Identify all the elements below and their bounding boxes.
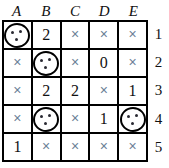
cell-A3[interactable]: ×	[3, 77, 32, 105]
x-mark: ×	[128, 27, 136, 41]
x-mark: ×	[71, 27, 79, 41]
cell-B5[interactable]: ×	[32, 133, 61, 161]
clue-number: 1	[100, 111, 108, 127]
cell-A1[interactable]	[3, 21, 32, 49]
circle-dot	[135, 114, 138, 117]
cell-D5[interactable]: ×	[89, 133, 118, 161]
mine-circle-icon	[33, 107, 59, 132]
column-label-C: C	[60, 0, 89, 20]
x-mark: ×	[71, 111, 79, 125]
cell-E1[interactable]: ×	[118, 21, 147, 49]
row-label-5: 5	[150, 134, 167, 162]
x-mark: ×	[71, 55, 79, 69]
x-mark: ×	[13, 83, 21, 97]
clue-number: 0	[100, 55, 108, 71]
cell-A2[interactable]: ×	[3, 49, 32, 77]
cell-D4[interactable]: 1	[89, 105, 118, 133]
mine-circle-icon	[120, 107, 146, 132]
cell-C4[interactable]: ×	[61, 105, 90, 133]
column-label-D: D	[90, 0, 119, 20]
column-label-B: B	[31, 0, 60, 20]
circle-dot	[44, 122, 47, 125]
cell-A5[interactable]: 1	[3, 133, 32, 161]
row-label-2: 2	[150, 48, 167, 76]
mine-circle-icon	[4, 23, 30, 48]
cell-B2[interactable]	[32, 49, 61, 77]
cell-C1[interactable]: ×	[61, 21, 90, 49]
circle-dot	[11, 31, 14, 34]
clue-number: 1	[129, 83, 137, 99]
cell-C5[interactable]: ×	[61, 133, 90, 161]
cell-B1[interactable]: 2	[32, 21, 61, 49]
clue-number: 2	[42, 83, 50, 99]
row-labels: 12345	[150, 20, 167, 162]
circle-dot	[40, 59, 43, 62]
x-mark: ×	[100, 139, 108, 153]
cell-E4[interactable]	[118, 105, 147, 133]
x-mark: ×	[71, 139, 79, 153]
x-mark: ×	[13, 55, 21, 69]
row-label-3: 3	[150, 77, 167, 105]
clue-number: 1	[13, 139, 21, 155]
x-mark: ×	[128, 139, 136, 153]
column-label-E: E	[119, 0, 148, 20]
circle-dot	[48, 114, 51, 117]
column-labels: ABCDE	[2, 0, 148, 20]
clue-number: 2	[42, 27, 50, 43]
mine-circle-icon	[33, 51, 59, 76]
x-mark: ×	[42, 139, 50, 153]
cell-D3[interactable]: ×	[89, 77, 118, 105]
cell-D2[interactable]: 0	[89, 49, 118, 77]
circle-dot	[40, 115, 43, 118]
x-mark: ×	[128, 55, 136, 69]
cell-B4[interactable]	[32, 105, 61, 133]
x-mark: ×	[13, 111, 21, 125]
circle-dot	[44, 66, 47, 69]
circle-dot	[48, 58, 51, 61]
circle-dot	[131, 122, 134, 125]
column-label-A: A	[2, 0, 31, 20]
circle-dot	[127, 115, 130, 118]
x-mark: ×	[100, 83, 108, 97]
row-label-4: 4	[150, 105, 167, 133]
cell-E3[interactable]: 1	[118, 77, 147, 105]
circle-dot	[19, 30, 22, 33]
cell-C2[interactable]: ×	[61, 49, 90, 77]
x-mark: ×	[100, 27, 108, 41]
cell-D1[interactable]: ×	[89, 21, 118, 49]
clue-number: 2	[71, 83, 79, 99]
cell-B3[interactable]: 2	[32, 77, 61, 105]
cell-E2[interactable]: ×	[118, 49, 147, 77]
puzzle-board: 2×××××0××22×1××11××××	[2, 20, 148, 162]
row-label-1: 1	[150, 20, 167, 48]
cell-A4[interactable]: ×	[3, 105, 32, 133]
cell-E5[interactable]: ×	[118, 133, 147, 161]
circle-dot	[15, 38, 18, 41]
cell-C3[interactable]: 2	[61, 77, 90, 105]
puzzle-screenshot: ABCDE 2×××××0××22×1××11×××× 12345	[0, 0, 169, 168]
